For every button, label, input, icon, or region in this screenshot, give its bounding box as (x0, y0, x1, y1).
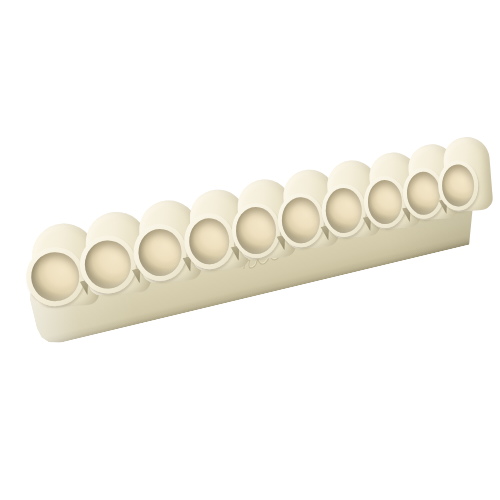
tube-hole (235, 207, 276, 255)
tube-hole (84, 240, 131, 289)
tube-hole (442, 164, 475, 207)
tube-hole (367, 179, 402, 224)
tube-hole (31, 251, 80, 301)
tube-row (13, 125, 451, 230)
tube-hole (137, 228, 181, 276)
product-photo: Cream ivory plastic strip holder with a … (0, 0, 500, 500)
tube-strip (13, 125, 487, 381)
tube-hole (406, 171, 440, 215)
tube-hole (281, 197, 320, 244)
tube-hole (325, 188, 362, 234)
tube-hole (189, 218, 230, 265)
